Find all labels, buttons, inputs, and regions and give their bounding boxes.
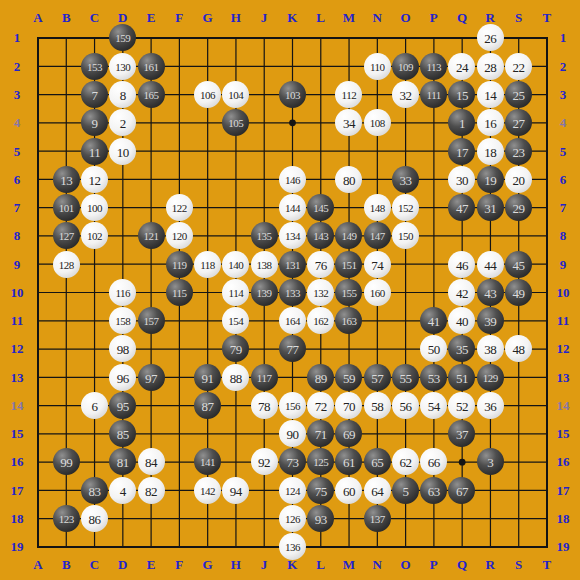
stone-white-86-C18: 86: [81, 505, 108, 532]
stone-black-73-K16: 73: [279, 448, 306, 475]
move-number: 22: [513, 60, 525, 73]
move-number: 41: [428, 315, 440, 328]
stone-black-83-C17: 83: [81, 477, 108, 504]
stone-white-142-G17: 142: [194, 477, 221, 504]
move-number: 63: [428, 484, 440, 497]
move-number: 103: [285, 90, 300, 101]
move-number: 50: [428, 343, 440, 356]
stone-white-52-Q14: 52: [448, 392, 475, 419]
move-number: 115: [172, 287, 187, 298]
stone-white-106-G3: 106: [194, 81, 221, 108]
move-number: 74: [371, 258, 383, 271]
stone-black-105-H4: 105: [222, 109, 249, 136]
stone-white-62-O16: 62: [392, 448, 419, 475]
move-number: 165: [144, 90, 159, 101]
move-number: 45: [513, 258, 525, 271]
stone-white-64-N17: 64: [364, 477, 391, 504]
stone-white-96-D13: 96: [109, 364, 136, 391]
stone-black-119-F9: 119: [166, 251, 193, 278]
stone-white-84-E16: 84: [138, 448, 165, 475]
stone-black-1-Q4: 1: [448, 109, 475, 136]
move-number: 141: [200, 457, 215, 468]
stone-black-9-C4: 9: [81, 109, 108, 136]
stone-white-28-R2: 28: [477, 53, 504, 80]
move-number: 129: [483, 372, 498, 383]
stone-black-127-B8: 127: [53, 222, 80, 249]
stone-white-4-D17: 4: [109, 477, 136, 504]
move-number: 132: [313, 287, 328, 298]
move-number: 119: [172, 259, 187, 270]
stone-black-37-Q15: 37: [448, 420, 475, 447]
move-number: 34: [343, 117, 355, 130]
move-number: 112: [342, 90, 357, 101]
stone-black-101-B7: 101: [53, 194, 80, 221]
stone-black-81-D16: 81: [109, 448, 136, 475]
move-number: 152: [398, 203, 413, 214]
move-number: 31: [484, 202, 496, 215]
move-number: 52: [456, 399, 468, 412]
stone-black-135-J8: 135: [251, 222, 278, 249]
move-number: 106: [200, 90, 215, 101]
stone-black-89-L13: 89: [307, 364, 334, 391]
move-number: 101: [59, 203, 74, 214]
move-number: 26: [484, 32, 496, 45]
stone-white-150-O8: 150: [392, 222, 419, 249]
stone-white-98-D12: 98: [109, 335, 136, 362]
stone-white-124-K17: 124: [279, 477, 306, 504]
stone-white-112-M3: 112: [335, 81, 362, 108]
move-number: 140: [228, 259, 243, 270]
stone-black-33-O6: 33: [392, 166, 419, 193]
move-number: 35: [456, 343, 468, 356]
move-number: 134: [285, 231, 300, 242]
move-number: 47: [456, 202, 468, 215]
stone-white-162-L11: 162: [307, 307, 334, 334]
stone-black-25-S3: 25: [505, 81, 532, 108]
stone-black-99-B16: 99: [53, 448, 80, 475]
stone-black-41-P11: 41: [420, 307, 447, 334]
move-number: 159: [115, 33, 130, 44]
move-number: 123: [59, 514, 74, 525]
stone-black-103-K3: 103: [279, 81, 306, 108]
move-number: 90: [286, 428, 298, 441]
move-number: 3: [487, 456, 493, 469]
move-number: 11: [89, 145, 101, 158]
stone-black-115-F10: 115: [166, 279, 193, 306]
stone-black-155-M10: 155: [335, 279, 362, 306]
move-number: 4: [120, 484, 126, 497]
stone-white-60-M17: 60: [335, 477, 362, 504]
stone-white-122-F7: 122: [166, 194, 193, 221]
move-number: 71: [315, 428, 327, 441]
stone-black-77-K12: 77: [279, 335, 306, 362]
move-number: 102: [87, 231, 102, 242]
move-number: 82: [145, 484, 157, 497]
stone-white-40-Q11: 40: [448, 307, 475, 334]
stone-black-109-O2: 109: [392, 53, 419, 80]
move-number: 55: [399, 371, 411, 384]
stone-black-93-L18: 93: [307, 505, 334, 532]
stone-white-44-R9: 44: [477, 251, 504, 278]
stone-white-156-K14: 156: [279, 392, 306, 419]
go-board: 1234567891011121314151617181920222324252…: [24, 24, 561, 561]
stone-black-133-K10: 133: [279, 279, 306, 306]
stone-black-63-P17: 63: [420, 477, 447, 504]
stone-white-160-N10: 160: [364, 279, 391, 306]
move-number: 28: [484, 60, 496, 73]
stone-white-78-J14: 78: [251, 392, 278, 419]
stone-black-67-Q17: 67: [448, 477, 475, 504]
stone-white-90-K15: 90: [279, 420, 306, 447]
stone-white-2-D4: 2: [109, 109, 136, 136]
stone-black-51-Q13: 51: [448, 364, 475, 391]
stone-white-132-L10: 132: [307, 279, 334, 306]
move-number: 15: [456, 89, 468, 102]
stone-white-36-R14: 36: [477, 392, 504, 419]
move-number: 113: [426, 61, 441, 72]
move-number: 125: [313, 457, 328, 468]
move-number: 135: [257, 231, 272, 242]
stone-black-31-R7: 31: [477, 194, 504, 221]
move-number: 2: [120, 117, 126, 130]
stone-white-152-O7: 152: [392, 194, 419, 221]
stone-white-120-F8: 120: [166, 222, 193, 249]
move-number: 14: [484, 89, 496, 102]
stone-black-163-M11: 163: [335, 307, 362, 334]
move-number: 86: [89, 513, 101, 526]
stone-white-110-N2: 110: [364, 53, 391, 80]
stone-black-129-R13: 129: [477, 364, 504, 391]
move-number: 133: [285, 287, 300, 298]
stone-black-111-P3: 111: [420, 81, 447, 108]
move-number: 70: [343, 399, 355, 412]
move-number: 10: [117, 145, 129, 158]
move-number: 164: [285, 316, 300, 327]
move-number: 158: [115, 316, 130, 327]
stone-black-143-L8: 143: [307, 222, 334, 249]
move-number: 5: [402, 484, 408, 497]
stone-white-34-M4: 34: [335, 109, 362, 136]
move-number: 151: [341, 259, 356, 270]
move-number: 94: [230, 484, 242, 497]
move-number: 33: [399, 173, 411, 186]
move-number: 153: [87, 61, 102, 72]
stone-white-154-H11: 154: [222, 307, 249, 334]
stone-white-58-N14: 58: [364, 392, 391, 419]
stone-white-38-R12: 38: [477, 335, 504, 362]
stone-black-59-M13: 59: [335, 364, 362, 391]
move-number: 51: [456, 371, 468, 384]
move-number: 93: [315, 513, 327, 526]
move-number: 73: [286, 456, 298, 469]
move-number: 69: [343, 428, 355, 441]
move-number: 60: [343, 484, 355, 497]
move-number: 65: [371, 456, 383, 469]
move-number: 109: [398, 61, 413, 72]
stone-black-17-Q5: 17: [448, 138, 475, 165]
stone-white-128-B9: 128: [53, 251, 80, 278]
stone-black-45-S9: 45: [505, 251, 532, 278]
move-number: 105: [228, 118, 243, 129]
stone-black-79-H12: 79: [222, 335, 249, 362]
stone-black-47-Q7: 47: [448, 194, 475, 221]
move-number: 114: [229, 287, 244, 298]
stone-white-72-L14: 72: [307, 392, 334, 419]
move-number: 122: [172, 203, 187, 214]
stone-black-121-E8: 121: [138, 222, 165, 249]
stone-black-85-D15: 85: [109, 420, 136, 447]
stone-black-55-O13: 55: [392, 364, 419, 391]
move-number: 38: [484, 343, 496, 356]
stone-white-108-N4: 108: [364, 109, 391, 136]
move-number: 66: [428, 456, 440, 469]
move-number: 148: [370, 203, 385, 214]
move-number: 118: [200, 259, 215, 270]
move-number: 6: [92, 399, 98, 412]
stone-black-141-G16: 141: [194, 448, 221, 475]
move-number: 104: [228, 90, 243, 101]
stone-black-131-K9: 131: [279, 251, 306, 278]
move-number: 32: [399, 89, 411, 102]
stone-white-148-N7: 148: [364, 194, 391, 221]
stone-white-102-C8: 102: [81, 222, 108, 249]
stone-white-6-C14: 6: [81, 392, 108, 419]
move-number: 30: [456, 173, 468, 186]
stone-black-87-G14: 87: [194, 392, 221, 419]
move-number: 25: [513, 89, 525, 102]
stone-black-123-B18: 123: [53, 505, 80, 532]
move-number: 64: [371, 484, 383, 497]
stone-white-118-G9: 118: [194, 251, 221, 278]
stone-white-70-M14: 70: [335, 392, 362, 419]
move-number: 87: [202, 399, 214, 412]
move-number: 143: [313, 231, 328, 242]
stone-white-18-R5: 18: [477, 138, 504, 165]
stone-black-49-S10: 49: [505, 279, 532, 306]
stone-white-76-L9: 76: [307, 251, 334, 278]
move-number: 48: [513, 343, 525, 356]
stone-black-65-N16: 65: [364, 448, 391, 475]
move-number: 17: [456, 145, 468, 158]
move-number: 40: [456, 315, 468, 328]
stone-white-32-O3: 32: [392, 81, 419, 108]
move-number: 77: [286, 343, 298, 356]
stone-white-138-J9: 138: [251, 251, 278, 278]
stone-white-8-D3: 8: [109, 81, 136, 108]
move-number: 19: [484, 173, 496, 186]
move-number: 8: [120, 89, 126, 102]
move-number: 136: [285, 542, 300, 553]
stone-black-71-L15: 71: [307, 420, 334, 447]
move-number: 127: [59, 231, 74, 242]
stone-white-14-R3: 14: [477, 81, 504, 108]
move-number: 62: [399, 456, 411, 469]
move-number: 108: [370, 118, 385, 129]
move-number: 150: [398, 231, 413, 242]
move-number: 138: [257, 259, 272, 270]
move-number: 36: [484, 399, 496, 412]
move-number: 137: [370, 514, 385, 525]
stone-white-48-S12: 48: [505, 335, 532, 362]
stone-white-158-D11: 158: [109, 307, 136, 334]
stone-black-61-M16: 61: [335, 448, 362, 475]
move-number: 43: [484, 286, 496, 299]
move-number: 42: [456, 286, 468, 299]
move-number: 98: [117, 343, 129, 356]
move-number: 80: [343, 173, 355, 186]
stone-white-134-K8: 134: [279, 222, 306, 249]
move-number: 124: [285, 485, 300, 496]
move-number: 84: [145, 456, 157, 469]
stone-white-74-N9: 74: [364, 251, 391, 278]
move-number: 79: [230, 343, 242, 356]
go-kifu-diagram: ABCDEFGHJKLMNOPQRST ABCDEFGHJKLMNOPQRST …: [0, 0, 580, 580]
move-number: 18: [484, 145, 496, 158]
move-number: 144: [285, 203, 300, 214]
stone-white-94-H17: 94: [222, 477, 249, 504]
move-number: 24: [456, 60, 468, 73]
stone-white-56-O14: 56: [392, 392, 419, 419]
move-number: 126: [285, 514, 300, 525]
stone-black-165-E3: 165: [138, 81, 165, 108]
move-number: 111: [427, 90, 441, 101]
stone-black-39-R11: 39: [477, 307, 504, 334]
stone-black-43-R10: 43: [477, 279, 504, 306]
move-number: 91: [202, 371, 214, 384]
stone-white-136-K19: 136: [279, 533, 306, 560]
move-number: 49: [513, 286, 525, 299]
move-number: 9: [92, 117, 98, 130]
stone-white-144-K7: 144: [279, 194, 306, 221]
move-number: 130: [115, 61, 130, 72]
move-number: 37: [456, 428, 468, 441]
stone-white-50-P12: 50: [420, 335, 447, 362]
stone-white-114-H10: 114: [222, 279, 249, 306]
stone-black-5-O17: 5: [392, 477, 419, 504]
stone-black-7-C3: 7: [81, 81, 108, 108]
move-number: 20: [513, 173, 525, 186]
stone-black-117-J13: 117: [251, 364, 278, 391]
move-number: 75: [315, 484, 327, 497]
move-number: 160: [370, 287, 385, 298]
stone-white-16-R4: 16: [477, 109, 504, 136]
stone-black-27-S4: 27: [505, 109, 532, 136]
move-number: 162: [313, 316, 328, 327]
stone-black-57-N13: 57: [364, 364, 391, 391]
stone-white-92-J16: 92: [251, 448, 278, 475]
stone-black-145-L7: 145: [307, 194, 334, 221]
move-number: 145: [313, 203, 328, 214]
move-number: 61: [343, 456, 355, 469]
move-number: 78: [258, 399, 270, 412]
stone-black-23-S5: 23: [505, 138, 532, 165]
move-number: 13: [60, 173, 72, 186]
move-number: 53: [428, 371, 440, 384]
stone-white-46-Q9: 46: [448, 251, 475, 278]
move-number: 96: [117, 371, 129, 384]
stone-black-151-M9: 151: [335, 251, 362, 278]
move-number: 149: [341, 231, 356, 242]
move-number: 7: [92, 89, 98, 102]
move-number: 142: [200, 485, 215, 496]
stone-white-54-P14: 54: [420, 392, 447, 419]
stone-white-130-D2: 130: [109, 53, 136, 80]
stone-black-29-S7: 29: [505, 194, 532, 221]
stone-white-80-M6: 80: [335, 166, 362, 193]
stone-black-149-M8: 149: [335, 222, 362, 249]
move-number: 12: [89, 173, 101, 186]
stone-black-53-P13: 53: [420, 364, 447, 391]
stone-black-161-E2: 161: [138, 53, 165, 80]
move-number: 147: [370, 231, 385, 242]
stone-black-113-P2: 113: [420, 53, 447, 80]
move-number: 157: [144, 316, 159, 327]
stone-white-82-E17: 82: [138, 477, 165, 504]
move-number: 131: [285, 259, 300, 270]
stone-black-19-R6: 19: [477, 166, 504, 193]
move-number: 44: [484, 258, 496, 271]
stone-white-42-Q10: 42: [448, 279, 475, 306]
move-number: 39: [484, 315, 496, 328]
move-number: 156: [285, 400, 300, 411]
stone-white-104-H3: 104: [222, 81, 249, 108]
stone-white-140-H9: 140: [222, 251, 249, 278]
move-number: 58: [371, 399, 383, 412]
move-number: 76: [315, 258, 327, 271]
move-number: 88: [230, 371, 242, 384]
stone-black-147-N8: 147: [364, 222, 391, 249]
move-number: 99: [60, 456, 72, 469]
move-number: 81: [117, 456, 129, 469]
move-number: 85: [117, 428, 129, 441]
stone-white-116-D10: 116: [109, 279, 136, 306]
stone-black-35-Q12: 35: [448, 335, 475, 362]
move-number: 155: [341, 287, 356, 298]
move-number: 117: [257, 372, 272, 383]
move-number: 59: [343, 371, 355, 384]
stone-black-15-Q3: 15: [448, 81, 475, 108]
stone-black-137-N18: 137: [364, 505, 391, 532]
stone-white-26-R1: 26: [477, 24, 504, 51]
stone-white-66-P16: 66: [420, 448, 447, 475]
stone-black-153-C2: 153: [81, 53, 108, 80]
move-number: 89: [315, 371, 327, 384]
move-number: 67: [456, 484, 468, 497]
stone-white-126-K18: 126: [279, 505, 306, 532]
move-number: 128: [59, 259, 74, 270]
move-number: 27: [513, 117, 525, 130]
move-number: 72: [315, 399, 327, 412]
stone-white-146-K6: 146: [279, 166, 306, 193]
stone-white-30-Q6: 30: [448, 166, 475, 193]
stone-white-88-H13: 88: [222, 364, 249, 391]
stone-black-125-L16: 125: [307, 448, 334, 475]
move-number: 121: [144, 231, 159, 242]
move-number: 57: [371, 371, 383, 384]
stone-white-12-C6: 12: [81, 166, 108, 193]
stone-black-95-D14: 95: [109, 392, 136, 419]
move-number: 120: [172, 231, 187, 242]
stone-black-69-M15: 69: [335, 420, 362, 447]
move-number: 46: [456, 258, 468, 271]
move-number: 161: [144, 61, 159, 72]
stone-black-159-D1: 159: [109, 24, 136, 51]
move-number: 29: [513, 202, 525, 215]
stone-black-75-L17: 75: [307, 477, 334, 504]
stone-black-13-B6: 13: [53, 166, 80, 193]
move-number: 95: [117, 399, 129, 412]
move-number: 100: [87, 203, 102, 214]
